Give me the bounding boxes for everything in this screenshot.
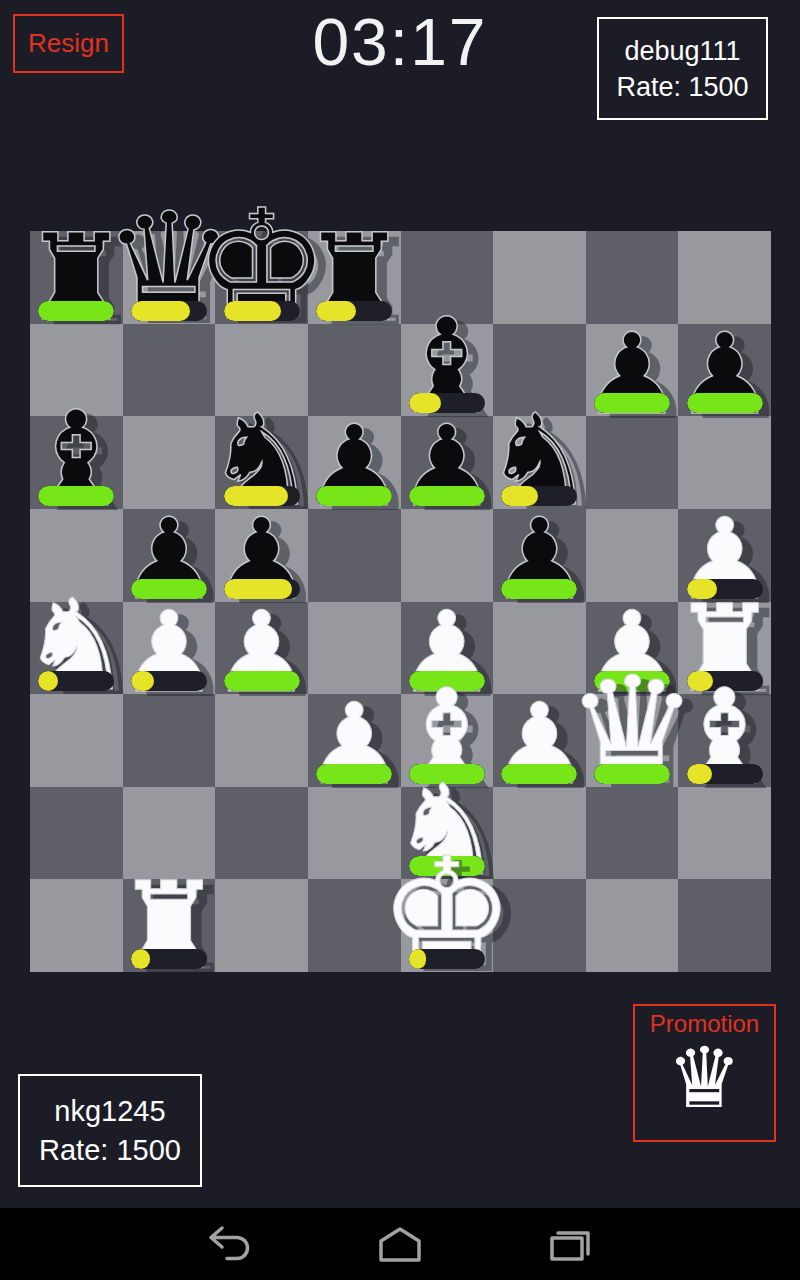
piece-white-knight-a4[interactable]: ♞ — [20, 583, 133, 709]
player-card: nkg1245 Rate: 1500 — [18, 1074, 202, 1187]
piece-black-pawn-f5[interactable]: ♟ — [489, 503, 589, 615]
square-a2[interactable] — [30, 787, 123, 880]
recents-icon[interactable] — [544, 1225, 596, 1263]
square-h1[interactable] — [678, 879, 771, 972]
opponent-name: debug111 — [624, 33, 740, 69]
square-g1[interactable] — [586, 879, 679, 972]
square-c2[interactable] — [215, 787, 308, 880]
promotion-button[interactable]: Promotion ♛ — [633, 1004, 776, 1142]
android-navbar — [0, 1208, 800, 1280]
white-queen-icon[interactable]: ♛ — [667, 1036, 742, 1120]
piece-white-bishop-h3[interactable]: ♝ — [666, 671, 784, 803]
back-icon[interactable] — [204, 1225, 256, 1263]
opponent-card: debug111 Rate: 1500 — [597, 17, 768, 120]
square-a1[interactable] — [30, 879, 123, 972]
piece-black-pawn-d6[interactable]: ♟ — [304, 410, 404, 522]
piece-white-pawn-b4[interactable]: ♟ — [119, 596, 219, 708]
piece-white-rook-b1[interactable]: ♜ — [115, 866, 223, 986]
piece-black-pawn-e6[interactable]: ♟ — [397, 410, 497, 522]
opponent-rating: Rate: 1500 — [616, 69, 748, 105]
piece-black-pawn-h7[interactable]: ♟ — [674, 318, 774, 430]
square-f8[interactable] — [493, 231, 586, 324]
square-c1[interactable] — [215, 879, 308, 972]
piece-white-king-e1[interactable]: ♚ — [379, 838, 515, 990]
player-rating: Rate: 1500 — [39, 1131, 181, 1170]
player-name: nkg1245 — [54, 1092, 165, 1131]
chess-board[interactable]: ♜♛♚♜♝♟♟♝♞♟♟♞♟♟♟♟♞♟♟♟♟♜♟♝♟♛♝♞♜♚ — [30, 231, 771, 972]
piece-black-pawn-g7[interactable]: ♟ — [582, 318, 682, 430]
home-icon[interactable] — [374, 1225, 426, 1263]
piece-black-bishop-a6[interactable]: ♝ — [17, 393, 135, 525]
piece-white-pawn-c4[interactable]: ♟ — [211, 596, 311, 708]
